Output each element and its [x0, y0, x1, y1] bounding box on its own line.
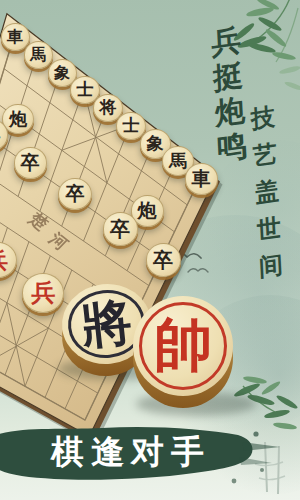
calligraphy-char: 鸣: [216, 125, 248, 170]
calligraphy-char: 艺: [252, 137, 277, 172]
piece-face: 帥: [133, 296, 233, 396]
calligraphy-char: 世: [256, 211, 281, 246]
jiang-character: 將: [78, 288, 135, 360]
shuai-character: 帥: [154, 307, 212, 385]
big-piece-shuai: 帥: [133, 296, 233, 396]
banner-title: 棋逢对手: [26, 430, 236, 475]
calligraphy-char: 间: [258, 248, 283, 283]
calligraphy-char: 技: [250, 100, 275, 135]
splash-screen: 車馬象士将士象馬車炮炮卒卒卒卒卒兵兵楚河 將 帥: [0, 0, 300, 500]
calligraphy-char: 盖: [254, 174, 279, 209]
